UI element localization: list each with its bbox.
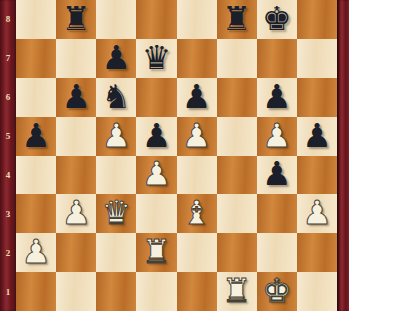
square-b7[interactable] [56,39,96,78]
rank-label-2: 2 [0,233,16,272]
square-f2[interactable] [217,233,257,272]
square-a6[interactable] [16,78,56,117]
piece-white-pawn: ♟ [302,196,332,229]
square-g2[interactable] [257,233,297,272]
piece-white-queen: ♛ [102,196,132,229]
square-g1[interactable]: ♚ [257,272,297,311]
square-e7[interactable] [177,39,217,78]
piece-black-pawn: ♟ [182,80,212,113]
square-g4[interactable]: ♟ [257,156,297,195]
piece-black-pawn: ♟ [262,80,292,113]
rank-label-6: 6 [0,78,16,117]
square-h3[interactable]: ♟ [297,194,337,233]
square-h8[interactable] [297,0,337,39]
square-d1[interactable] [136,272,176,311]
square-c6[interactable]: ♞ [96,78,136,117]
square-g6[interactable]: ♟ [257,78,297,117]
square-f5[interactable] [217,117,257,156]
piece-white-pawn: ♟ [262,119,292,152]
square-a4[interactable] [16,156,56,195]
square-b2[interactable] [56,233,96,272]
piece-white-pawn: ♟ [61,196,91,229]
square-e2[interactable] [177,233,217,272]
square-a8[interactable] [16,0,56,39]
square-b6[interactable]: ♟ [56,78,96,117]
square-b1[interactable] [56,272,96,311]
square-d2[interactable]: ♜ [136,233,176,272]
square-e4[interactable] [177,156,217,195]
square-c7[interactable]: ♟ [96,39,136,78]
square-d3[interactable] [136,194,176,233]
piece-white-bishop: ♝ [182,196,212,229]
page: 8 7 6 5 4 3 2 1 ♜♜♚♟♛♟♞♟♟♟♟♟♟♟♟♟♟♟♛♝♟♟♜♜… [0,0,414,311]
piece-white-rook: ♜ [222,274,252,307]
square-c2[interactable] [96,233,136,272]
rank-label-7: 7 [0,39,16,78]
rank-labels: 8 7 6 5 4 3 2 1 [0,0,16,311]
square-f8[interactable]: ♜ [217,0,257,39]
piece-black-pawn: ♟ [262,157,292,190]
square-e8[interactable] [177,0,217,39]
square-d4[interactable]: ♟ [136,156,176,195]
piece-white-pawn: ♟ [182,119,212,152]
square-e5[interactable]: ♟ [177,117,217,156]
square-c4[interactable] [96,156,136,195]
piece-black-king: ♚ [262,2,292,35]
rank-label-5: 5 [0,117,16,156]
square-h6[interactable] [297,78,337,117]
square-c1[interactable] [96,272,136,311]
square-h5[interactable]: ♟ [297,117,337,156]
square-b4[interactable] [56,156,96,195]
piece-black-pawn: ♟ [102,41,132,74]
square-a3[interactable] [16,194,56,233]
square-e6[interactable]: ♟ [177,78,217,117]
piece-white-pawn: ♟ [21,235,51,268]
square-g7[interactable] [257,39,297,78]
square-c8[interactable] [96,0,136,39]
square-g8[interactable]: ♚ [257,0,297,39]
square-a2[interactable]: ♟ [16,233,56,272]
piece-black-pawn: ♟ [61,80,91,113]
square-g3[interactable] [257,194,297,233]
board-squares: ♜♜♚♟♛♟♞♟♟♟♟♟♟♟♟♟♟♟♛♝♟♟♜♜♚ [16,0,337,311]
square-b3[interactable]: ♟ [56,194,96,233]
piece-black-pawn: ♟ [142,119,172,152]
square-f3[interactable] [217,194,257,233]
board-frame-left: 8 7 6 5 4 3 2 1 [0,0,16,311]
square-a1[interactable] [16,272,56,311]
piece-black-pawn: ♟ [302,119,332,152]
rank-label-1: 1 [0,272,16,311]
square-h1[interactable] [297,272,337,311]
rank-label-4: 4 [0,156,16,195]
square-e3[interactable]: ♝ [177,194,217,233]
piece-black-pawn: ♟ [21,119,51,152]
piece-white-rook: ♜ [142,235,172,268]
square-f7[interactable] [217,39,257,78]
square-g5[interactable]: ♟ [257,117,297,156]
rank-label-8: 8 [0,0,16,39]
piece-black-rook: ♜ [222,2,252,35]
square-d6[interactable] [136,78,176,117]
chess-board: 8 7 6 5 4 3 2 1 ♜♜♚♟♛♟♞♟♟♟♟♟♟♟♟♟♟♟♛♝♟♟♜♜… [0,0,349,311]
square-a7[interactable] [16,39,56,78]
square-b5[interactable] [56,117,96,156]
square-f4[interactable] [217,156,257,195]
piece-black-queen: ♛ [142,41,172,74]
square-h7[interactable] [297,39,337,78]
square-c3[interactable]: ♛ [96,194,136,233]
rank-label-3: 3 [0,194,16,233]
square-d5[interactable]: ♟ [136,117,176,156]
square-f6[interactable] [217,78,257,117]
piece-white-pawn: ♟ [102,119,132,152]
square-d7[interactable]: ♛ [136,39,176,78]
piece-black-knight: ♞ [102,80,132,113]
piece-black-rook: ♜ [61,2,91,35]
square-h2[interactable] [297,233,337,272]
square-f1[interactable]: ♜ [217,272,257,311]
square-a5[interactable]: ♟ [16,117,56,156]
piece-white-pawn: ♟ [142,157,172,190]
square-c5[interactable]: ♟ [96,117,136,156]
square-b8[interactable]: ♜ [56,0,96,39]
piece-white-king: ♚ [262,274,292,307]
board-frame-right [337,0,349,311]
square-e1[interactable] [177,272,217,311]
square-d8[interactable] [136,0,176,39]
square-h4[interactable] [297,156,337,195]
